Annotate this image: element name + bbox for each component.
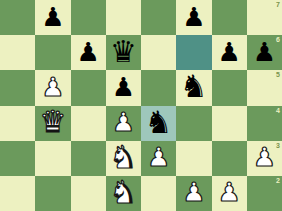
square-d7[interactable] — [106, 0, 141, 35]
square-b4[interactable]: ♛ — [35, 106, 70, 141]
square-a6[interactable] — [0, 35, 35, 70]
square-e7[interactable] — [141, 0, 176, 35]
square-c7[interactable] — [71, 0, 106, 35]
square-d2[interactable]: ♞ — [106, 176, 141, 211]
square-h3[interactable]: ♟3 — [247, 141, 282, 176]
square-h5[interactable]: 5 — [247, 70, 282, 105]
square-d3[interactable]: ♞ — [106, 141, 141, 176]
square-d4[interactable]: ♟ — [106, 106, 141, 141]
white-pawn[interactable]: ♟ — [217, 179, 240, 205]
square-e5[interactable] — [141, 70, 176, 105]
square-f5[interactable]: ♞ — [176, 70, 211, 105]
square-h4[interactable]: 4 — [247, 106, 282, 141]
black-knight[interactable]: ♞ — [145, 107, 173, 138]
board-screenshot: ♟♟7♟♛♟♟6♟♟♞5♛♟♞4♞♟♟3♞♟♟2 — [0, 0, 282, 211]
rank-label-2: 2 — [276, 177, 280, 184]
white-queen[interactable]: ♛ — [39, 107, 66, 137]
black-pawn[interactable]: ♟ — [253, 39, 276, 65]
square-h2[interactable]: 2 — [247, 176, 282, 211]
black-knight[interactable]: ♞ — [180, 71, 208, 102]
square-c4[interactable] — [71, 106, 106, 141]
square-b3[interactable] — [35, 141, 70, 176]
square-g5[interactable] — [212, 70, 247, 105]
square-f4[interactable] — [176, 106, 211, 141]
black-pawn[interactable]: ♟ — [112, 74, 135, 100]
square-c2[interactable] — [71, 176, 106, 211]
rank-label-6: 6 — [276, 36, 280, 43]
white-pawn[interactable]: ♟ — [41, 74, 64, 100]
square-c6[interactable]: ♟ — [71, 35, 106, 70]
square-e6[interactable] — [141, 35, 176, 70]
square-a4[interactable] — [0, 106, 35, 141]
square-d6[interactable]: ♛ — [106, 35, 141, 70]
square-g4[interactable] — [212, 106, 247, 141]
black-pawn[interactable]: ♟ — [41, 4, 64, 30]
rank-label-3: 3 — [276, 142, 280, 149]
square-b5[interactable]: ♟ — [35, 70, 70, 105]
black-pawn[interactable]: ♟ — [217, 39, 240, 65]
white-knight[interactable]: ♞ — [109, 177, 137, 208]
black-pawn[interactable]: ♟ — [76, 39, 99, 65]
black-queen[interactable]: ♛ — [110, 37, 137, 67]
square-c3[interactable] — [71, 141, 106, 176]
white-pawn[interactable]: ♟ — [147, 144, 170, 170]
square-h6[interactable]: ♟6 — [247, 35, 282, 70]
square-e4[interactable]: ♞ — [141, 106, 176, 141]
rank-label-7: 7 — [276, 1, 280, 8]
square-h7[interactable]: 7 — [247, 0, 282, 35]
square-a3[interactable] — [0, 141, 35, 176]
black-pawn[interactable]: ♟ — [182, 4, 205, 30]
white-pawn[interactable]: ♟ — [253, 144, 276, 170]
chess-board: ♟♟7♟♛♟♟6♟♟♞5♛♟♞4♞♟♟3♞♟♟2 — [0, 0, 282, 211]
rank-label-5: 5 — [276, 71, 280, 78]
square-g2[interactable]: ♟ — [212, 176, 247, 211]
square-d5[interactable]: ♟ — [106, 70, 141, 105]
white-knight[interactable]: ♞ — [109, 142, 137, 173]
square-g3[interactable] — [212, 141, 247, 176]
square-f3[interactable] — [176, 141, 211, 176]
square-a5[interactable] — [0, 70, 35, 105]
white-pawn[interactable]: ♟ — [112, 109, 135, 135]
square-c5[interactable] — [71, 70, 106, 105]
square-g7[interactable] — [212, 0, 247, 35]
square-e2[interactable] — [141, 176, 176, 211]
rank-label-4: 4 — [276, 107, 280, 114]
white-pawn[interactable]: ♟ — [182, 179, 205, 205]
square-b6[interactable] — [35, 35, 70, 70]
square-b7[interactable]: ♟ — [35, 0, 70, 35]
square-f7[interactable]: ♟ — [176, 0, 211, 35]
square-e3[interactable]: ♟ — [141, 141, 176, 176]
square-g6[interactable]: ♟ — [212, 35, 247, 70]
square-b2[interactable] — [35, 176, 70, 211]
square-a2[interactable] — [0, 176, 35, 211]
square-f6[interactable] — [176, 35, 211, 70]
square-f2[interactable]: ♟ — [176, 176, 211, 211]
square-a7[interactable] — [0, 0, 35, 35]
